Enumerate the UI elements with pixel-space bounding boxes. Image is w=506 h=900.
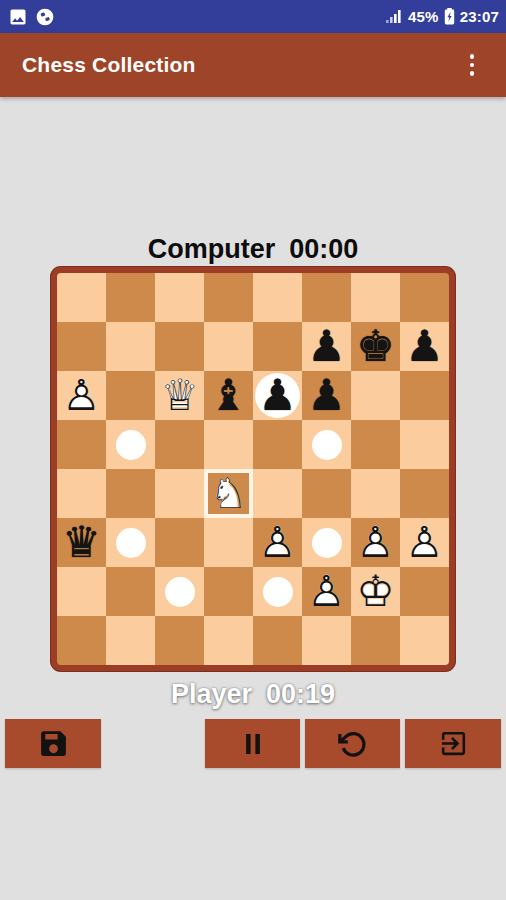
move-hint-c2 (165, 577, 195, 607)
square-d1[interactable] (204, 616, 253, 665)
square-h2[interactable] (400, 567, 449, 616)
square-c7[interactable] (155, 322, 204, 371)
move-hint-b3 (116, 528, 146, 558)
square-b4[interactable] (106, 469, 155, 518)
black-bishop-d6: ♝ (204, 371, 253, 420)
square-h4[interactable] (400, 469, 449, 518)
square-g7[interactable]: ♚ (351, 322, 400, 371)
chess-board: ♟♚♟♟♙♛♕♝♟♟♞♘♛♟♙♟♙♟♙♟♙♚♔ (57, 273, 449, 665)
square-e1[interactable] (253, 616, 302, 665)
black-king-g7: ♚ (351, 322, 400, 371)
square-g3[interactable]: ♟♙ (351, 518, 400, 567)
square-d8[interactable] (204, 273, 253, 322)
square-b8[interactable] (106, 273, 155, 322)
white-pawn-h3: ♟♙ (400, 518, 449, 567)
image-icon (8, 7, 28, 27)
pause-icon (238, 729, 268, 759)
square-b2[interactable] (106, 567, 155, 616)
board-frame: ♟♚♟♟♙♛♕♝♟♟♞♘♛♟♙♟♙♟♙♟♙♚♔ (50, 266, 456, 672)
square-d2[interactable] (204, 567, 253, 616)
exit-to-app-icon (438, 728, 469, 759)
battery-percent: 45% (408, 8, 439, 25)
square-a8[interactable] (57, 273, 106, 322)
square-e8[interactable] (253, 273, 302, 322)
square-h1[interactable] (400, 616, 449, 665)
dot (470, 63, 475, 68)
square-c1[interactable] (155, 616, 204, 665)
black-pawn-h7: ♟ (400, 322, 449, 371)
square-g4[interactable] (351, 469, 400, 518)
square-h5[interactable] (400, 420, 449, 469)
square-f3[interactable] (302, 518, 351, 567)
computer-clock: Computer 00:00 (0, 236, 506, 263)
square-e3[interactable]: ♟♙ (253, 518, 302, 567)
page-title: Chess Collection (0, 53, 196, 77)
square-f5[interactable] (302, 420, 351, 469)
overflow-menu-button[interactable] (452, 45, 492, 85)
square-d5[interactable] (204, 420, 253, 469)
black-pawn-f7: ♟ (302, 322, 351, 371)
player-clock: Player 00:19 (0, 681, 506, 708)
square-c2[interactable] (155, 567, 204, 616)
square-g5[interactable] (351, 420, 400, 469)
square-c8[interactable] (155, 273, 204, 322)
square-f2[interactable]: ♟♙ (302, 567, 351, 616)
square-h8[interactable] (400, 273, 449, 322)
square-b3[interactable] (106, 518, 155, 567)
status-bar-notifications (0, 7, 386, 27)
dot (470, 54, 475, 59)
square-d3[interactable] (204, 518, 253, 567)
white-knight-d4: ♞♘ (204, 469, 253, 518)
square-a1[interactable] (57, 616, 106, 665)
battery-charging-icon (444, 8, 455, 25)
square-a5[interactable] (57, 420, 106, 469)
square-d4[interactable]: ♞♘ (204, 469, 253, 518)
move-hint-f3 (312, 528, 342, 558)
rotate-ccw-icon (337, 728, 368, 759)
square-c3[interactable] (155, 518, 204, 567)
black-queen-a3: ♛ (57, 518, 106, 567)
square-d6[interactable]: ♝ (204, 371, 253, 420)
square-b1[interactable] (106, 616, 155, 665)
undo-button[interactable] (305, 719, 400, 768)
square-g1[interactable] (351, 616, 400, 665)
square-e6[interactable]: ♟ (253, 371, 302, 420)
square-e7[interactable] (253, 322, 302, 371)
player-time: 00:19 (266, 681, 335, 708)
exit-button[interactable] (405, 719, 501, 768)
computer-time: 00:00 (289, 236, 358, 263)
square-b5[interactable] (106, 420, 155, 469)
square-c5[interactable] (155, 420, 204, 469)
pause-button[interactable] (205, 719, 300, 768)
move-hint-b5 (116, 430, 146, 460)
move-hint-f5 (312, 430, 342, 460)
square-f6[interactable]: ♟ (302, 371, 351, 420)
white-king-g2: ♚♔ (351, 567, 400, 616)
square-a7[interactable] (57, 322, 106, 371)
phone-screen: 45% 23:07 Chess Collection Computer 00:0… (0, 0, 506, 900)
square-b6[interactable] (106, 371, 155, 420)
square-h6[interactable] (400, 371, 449, 420)
square-a2[interactable] (57, 567, 106, 616)
white-pawn-a6: ♟♙ (57, 371, 106, 420)
square-d7[interactable] (204, 322, 253, 371)
square-b7[interactable] (106, 322, 155, 371)
square-e2[interactable] (253, 567, 302, 616)
square-f1[interactable] (302, 616, 351, 665)
square-f8[interactable] (302, 273, 351, 322)
square-a6[interactable]: ♟♙ (57, 371, 106, 420)
square-g6[interactable] (351, 371, 400, 420)
white-queen-c6: ♛♕ (155, 371, 204, 420)
white-pawn-g3: ♟♙ (351, 518, 400, 567)
square-c4[interactable] (155, 469, 204, 518)
circle-badge-icon (35, 7, 55, 27)
floppy-disk-icon (37, 727, 70, 760)
square-e5[interactable] (253, 420, 302, 469)
save-game-button[interactable] (5, 719, 101, 768)
clock-time: 23:07 (460, 8, 499, 25)
square-g2[interactable]: ♚♔ (351, 567, 400, 616)
computer-label: Computer (148, 236, 276, 263)
status-bar: 45% 23:07 (0, 0, 506, 33)
square-g8[interactable] (351, 273, 400, 322)
black-pawn-f6: ♟ (302, 371, 351, 420)
square-f4[interactable] (302, 469, 351, 518)
square-f7[interactable]: ♟ (302, 322, 351, 371)
square-a3[interactable]: ♛ (57, 518, 106, 567)
square-h7[interactable]: ♟ (400, 322, 449, 371)
status-bar-indicators: 45% 23:07 (386, 8, 506, 25)
square-e4[interactable] (253, 469, 302, 518)
move-hint-e2 (263, 577, 293, 607)
white-pawn-f2: ♟♙ (302, 567, 351, 616)
signal-strength-icon (386, 9, 403, 24)
player-label: Player (171, 681, 252, 708)
app-bar: Chess Collection (0, 33, 506, 97)
white-pawn-e3: ♟♙ (253, 518, 302, 567)
square-h3[interactable]: ♟♙ (400, 518, 449, 567)
square-a4[interactable] (57, 469, 106, 518)
black-pawn-e6: ♟ (253, 371, 302, 420)
square-c6[interactable]: ♛♕ (155, 371, 204, 420)
dot (470, 71, 475, 76)
